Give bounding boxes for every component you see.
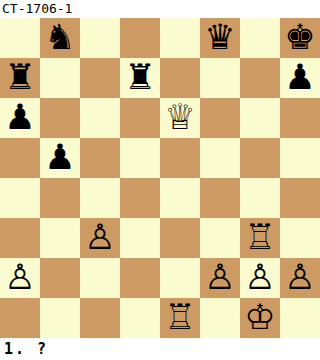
square-b1[interactable] bbox=[40, 298, 80, 338]
white-pawn: ♙ bbox=[84, 218, 115, 257]
square-f3[interactable] bbox=[200, 218, 240, 258]
square-d2[interactable] bbox=[120, 258, 160, 298]
square-c5[interactable] bbox=[80, 138, 120, 178]
square-g2[interactable]: ♙ bbox=[240, 258, 280, 298]
square-d5[interactable] bbox=[120, 138, 160, 178]
square-d6[interactable] bbox=[120, 98, 160, 138]
square-b3[interactable] bbox=[40, 218, 80, 258]
white-queen: ♕ bbox=[164, 98, 195, 137]
square-h4[interactable] bbox=[280, 178, 320, 218]
square-e5[interactable] bbox=[160, 138, 200, 178]
square-f7[interactable] bbox=[200, 58, 240, 98]
square-f1[interactable] bbox=[200, 298, 240, 338]
black-pawn: ♟ bbox=[284, 58, 315, 97]
white-rook: ♖ bbox=[164, 298, 195, 337]
black-rook: ♜ bbox=[124, 58, 155, 97]
square-e1[interactable]: ♖ bbox=[160, 298, 200, 338]
square-h8[interactable]: ♚ bbox=[280, 18, 320, 58]
white-king: ♔ bbox=[244, 298, 275, 337]
square-c4[interactable] bbox=[80, 178, 120, 218]
puzzle-id: CT-1706-1 bbox=[0, 0, 320, 18]
square-b5[interactable]: ♟ bbox=[40, 138, 80, 178]
square-d4[interactable] bbox=[120, 178, 160, 218]
square-a8[interactable] bbox=[0, 18, 40, 58]
square-e8[interactable] bbox=[160, 18, 200, 58]
square-d1[interactable] bbox=[120, 298, 160, 338]
square-d3[interactable] bbox=[120, 218, 160, 258]
black-king: ♚ bbox=[284, 18, 315, 57]
square-h5[interactable] bbox=[280, 138, 320, 178]
square-c8[interactable] bbox=[80, 18, 120, 58]
square-f8[interactable]: ♛ bbox=[200, 18, 240, 58]
square-e6[interactable]: ♕ bbox=[160, 98, 200, 138]
square-a2[interactable]: ♙ bbox=[0, 258, 40, 298]
black-rook: ♜ bbox=[4, 58, 35, 97]
square-a3[interactable] bbox=[0, 218, 40, 258]
square-f5[interactable] bbox=[200, 138, 240, 178]
square-g1[interactable]: ♔ bbox=[240, 298, 280, 338]
move-prompt: 1. ? bbox=[0, 338, 320, 360]
square-g7[interactable] bbox=[240, 58, 280, 98]
chess-puzzle-page: CT-1706-1 ♞♛♚♜♜♟♟♕♟♙♖♙♙♙♙♖♔ 1. ? bbox=[0, 0, 320, 360]
square-e3[interactable] bbox=[160, 218, 200, 258]
square-b7[interactable] bbox=[40, 58, 80, 98]
chess-board: ♞♛♚♜♜♟♟♕♟♙♖♙♙♙♙♖♔ bbox=[0, 18, 320, 338]
square-h1[interactable] bbox=[280, 298, 320, 338]
square-c3[interactable]: ♙ bbox=[80, 218, 120, 258]
square-f6[interactable] bbox=[200, 98, 240, 138]
square-f2[interactable]: ♙ bbox=[200, 258, 240, 298]
square-c2[interactable] bbox=[80, 258, 120, 298]
square-d8[interactable] bbox=[120, 18, 160, 58]
square-a6[interactable]: ♟ bbox=[0, 98, 40, 138]
square-g4[interactable] bbox=[240, 178, 280, 218]
square-h6[interactable] bbox=[280, 98, 320, 138]
black-pawn: ♟ bbox=[44, 138, 75, 177]
square-g8[interactable] bbox=[240, 18, 280, 58]
square-c6[interactable] bbox=[80, 98, 120, 138]
white-pawn: ♙ bbox=[4, 258, 35, 297]
square-b4[interactable] bbox=[40, 178, 80, 218]
square-c1[interactable] bbox=[80, 298, 120, 338]
square-a1[interactable] bbox=[0, 298, 40, 338]
square-e2[interactable] bbox=[160, 258, 200, 298]
square-h2[interactable]: ♙ bbox=[280, 258, 320, 298]
black-pawn: ♟ bbox=[4, 98, 35, 137]
square-g5[interactable] bbox=[240, 138, 280, 178]
square-e7[interactable] bbox=[160, 58, 200, 98]
square-h3[interactable] bbox=[280, 218, 320, 258]
white-pawn: ♙ bbox=[204, 258, 235, 297]
black-queen: ♛ bbox=[204, 18, 235, 57]
square-a5[interactable] bbox=[0, 138, 40, 178]
square-a4[interactable] bbox=[0, 178, 40, 218]
white-rook: ♖ bbox=[244, 218, 275, 257]
square-c7[interactable] bbox=[80, 58, 120, 98]
black-knight: ♞ bbox=[44, 18, 75, 57]
square-b8[interactable]: ♞ bbox=[40, 18, 80, 58]
square-b2[interactable] bbox=[40, 258, 80, 298]
square-g3[interactable]: ♖ bbox=[240, 218, 280, 258]
white-pawn: ♙ bbox=[244, 258, 275, 297]
square-e4[interactable] bbox=[160, 178, 200, 218]
square-d7[interactable]: ♜ bbox=[120, 58, 160, 98]
square-a7[interactable]: ♜ bbox=[0, 58, 40, 98]
square-g6[interactable] bbox=[240, 98, 280, 138]
square-h7[interactable]: ♟ bbox=[280, 58, 320, 98]
square-f4[interactable] bbox=[200, 178, 240, 218]
square-b6[interactable] bbox=[40, 98, 80, 138]
white-pawn: ♙ bbox=[284, 258, 315, 297]
